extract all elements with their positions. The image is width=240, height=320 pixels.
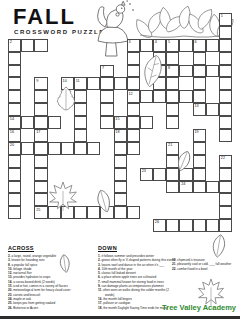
grid-cell[interactable]: [206, 65, 219, 78]
grid-cell[interactable]: [193, 168, 206, 181]
grid-blank: [61, 13, 74, 26]
grid-cell[interactable]: [8, 193, 21, 206]
grid-blank: [21, 129, 34, 142]
grid-cell[interactable]: [34, 193, 47, 206]
grid-cell[interactable]: [206, 39, 219, 52]
clue-number: 21: [168, 143, 172, 147]
clue-number: 14: [10, 117, 14, 121]
grid-cell[interactable]: [8, 206, 21, 219]
down-heading: DOWN: [98, 245, 117, 252]
grid-cell[interactable]: [219, 65, 232, 78]
grid-blank: [153, 129, 166, 142]
grid-blank: [127, 26, 140, 39]
grid-blank: [21, 13, 34, 26]
grid-cell[interactable]: [193, 219, 206, 232]
grid-blank: [87, 129, 100, 142]
grid-cell[interactable]: [193, 77, 206, 90]
grid-cell[interactable]: [114, 168, 127, 181]
grid-blank: [21, 193, 34, 206]
grid-cell[interactable]: [114, 181, 127, 194]
clue-number: 12: [128, 92, 132, 96]
grid-blank: [127, 13, 140, 26]
grid-blank: [193, 206, 206, 219]
grid-blank: [21, 155, 34, 168]
grid-cell[interactable]: 23: [140, 168, 153, 181]
grid-blank: [61, 219, 74, 232]
grid-blank: [21, 103, 34, 116]
clue-number: 24: [181, 182, 185, 186]
grid-blank: [21, 77, 34, 90]
grid-blank: [48, 26, 61, 39]
grid-cell[interactable]: [166, 103, 179, 116]
grid-cell[interactable]: [8, 77, 21, 90]
clue-number: 25: [36, 208, 40, 212]
grid-blank: [127, 219, 140, 232]
clue-number: 26: [155, 220, 159, 224]
grid-blank: [87, 90, 100, 103]
grid-cell[interactable]: [34, 181, 47, 194]
grid-blank: [114, 13, 127, 26]
clue-number: 3: [128, 40, 130, 44]
grid-blank: [21, 206, 34, 219]
down-clues-section: DOWN 1. it follows summer and precedes w…: [98, 236, 238, 310]
grid-cell[interactable]: 8: [166, 65, 179, 78]
grid-cell[interactable]: 3: [127, 39, 140, 52]
grid-cell[interactable]: [114, 142, 127, 155]
grid-blank: [8, 26, 21, 39]
clue-item: 18. the month Daylight Saving Time ends …: [98, 306, 170, 310]
grid-cell[interactable]: [74, 142, 87, 155]
grid-blank: [87, 155, 100, 168]
grid-blank: [8, 219, 21, 232]
grid-cell[interactable]: [166, 52, 179, 65]
grid-cell[interactable]: 15: [114, 116, 127, 129]
grid-cell[interactable]: [8, 65, 21, 78]
puzzle-page: FALL CROSSWORD PUZZLE: [0, 0, 240, 320]
grid-blank: [206, 90, 219, 103]
grid-cell[interactable]: [34, 155, 47, 168]
grid-blank: [206, 193, 219, 206]
grid-cell[interactable]: [166, 77, 179, 90]
grid-cell[interactable]: [219, 181, 232, 194]
grid-blank: [193, 193, 206, 206]
grid-blank: [114, 26, 127, 39]
grid-blank: [100, 155, 113, 168]
grid-cell[interactable]: [34, 90, 47, 103]
grid-blank: [21, 168, 34, 181]
grid-cell[interactable]: [48, 142, 61, 155]
grid-cell[interactable]: [206, 181, 219, 194]
crossword-grid: 1234567891011121314151617181920212223242…: [8, 13, 232, 232]
grid-cell[interactable]: 26: [153, 219, 166, 232]
grid-cell[interactable]: [114, 155, 127, 168]
clue-number: 23: [142, 169, 146, 173]
grid-cell[interactable]: [219, 219, 232, 232]
grid-cell[interactable]: [87, 77, 100, 90]
grid-blank: [21, 181, 34, 194]
grid-blank: [206, 13, 219, 26]
grid-blank: [179, 116, 192, 129]
grid-blank: [61, 155, 74, 168]
down-clue-list: 19. chipmunk's treasure21. pleasantly co…: [172, 258, 236, 271]
grid-blank: [140, 129, 153, 142]
clue-number: 6: [194, 40, 196, 44]
grid-blank: [114, 52, 127, 65]
grid-cell[interactable]: [166, 219, 179, 232]
clue-number: 7: [102, 66, 104, 70]
grid-blank: [34, 65, 47, 78]
grid-blank: [34, 13, 47, 26]
down-clue-list: 5. classic fall baked dessert6. a place …: [98, 271, 170, 310]
grid-cell[interactable]: [127, 65, 140, 78]
grid-cell[interactable]: 22: [219, 155, 232, 168]
grid-blank: [140, 142, 153, 155]
clue-number: 13: [194, 104, 198, 108]
grid-blank: [114, 219, 127, 232]
grid-blank: [34, 52, 47, 65]
grid-cell[interactable]: [127, 116, 140, 129]
grid-blank: [140, 181, 153, 194]
grid-cell[interactable]: [193, 65, 206, 78]
grid-cell[interactable]: 18: [114, 129, 127, 142]
grid-cell[interactable]: [153, 90, 166, 103]
grid-cell[interactable]: [219, 168, 232, 181]
grid-cell[interactable]: [219, 103, 232, 116]
grid-cell[interactable]: [87, 142, 100, 155]
across-clue-list: 2. a large, round, orange vegetable3. kn…: [8, 254, 98, 310]
grid-cell[interactable]: 4: [153, 39, 166, 52]
grid-blank: [153, 142, 166, 155]
grid-cell[interactable]: [206, 219, 219, 232]
grid-cell[interactable]: [166, 116, 179, 129]
grid-blank: [140, 26, 153, 39]
grid-blank: [179, 26, 192, 39]
grid-blank: [153, 116, 166, 129]
grid-cell[interactable]: [193, 52, 206, 65]
grid-cell[interactable]: [140, 90, 153, 103]
grid-cell[interactable]: [179, 39, 192, 52]
clue-number: 9: [36, 79, 38, 83]
grid-cell[interactable]: 7: [100, 65, 113, 78]
grid-blank: [74, 65, 87, 78]
grid-blank: [21, 65, 34, 78]
grid-cell[interactable]: 12: [127, 90, 140, 103]
grid-cell[interactable]: [34, 39, 47, 52]
grid-cell[interactable]: [8, 168, 21, 181]
grid-cell[interactable]: [166, 90, 179, 103]
across-heading: ACROSS: [8, 245, 34, 252]
clue-number: 2: [10, 40, 12, 44]
grid-blank: [166, 129, 179, 142]
grid-blank: [100, 13, 113, 26]
grid-blank: [193, 13, 206, 26]
grid-blank: [100, 52, 113, 65]
grid-cell[interactable]: [219, 116, 232, 129]
grid-cell[interactable]: [206, 103, 219, 116]
grid-cell[interactable]: [153, 168, 166, 181]
grid-blank: [61, 26, 74, 39]
grid-cell[interactable]: [8, 103, 21, 116]
clue-number: 4: [155, 40, 157, 44]
grid-blank: [140, 206, 153, 219]
grid-blank: [100, 129, 113, 142]
grid-blank: [21, 52, 34, 65]
grid-blank: [166, 13, 179, 26]
grid-cell[interactable]: 20: [8, 142, 21, 155]
grid-blank: [166, 206, 179, 219]
grid-blank: [179, 52, 192, 65]
grid-cell[interactable]: 9: [34, 77, 47, 90]
grid-blank: [74, 155, 87, 168]
grid-blank: [100, 168, 113, 181]
grid-blank: [140, 219, 153, 232]
grid-blank: [8, 13, 21, 26]
grid-blank: [48, 219, 61, 232]
grid-cell[interactable]: [100, 103, 113, 116]
grid-cell[interactable]: [8, 155, 21, 168]
grid-cell[interactable]: 17: [34, 129, 47, 142]
grid-blank: [87, 65, 100, 78]
grid-blank: [61, 65, 74, 78]
maple-leaf-icon: [48, 182, 78, 212]
grid-blank: [206, 52, 219, 65]
grid-blank: [87, 103, 100, 116]
grid-blank: [193, 26, 206, 39]
publisher-credit: Tree Valley Academy: [162, 303, 236, 312]
grid-cell[interactable]: [193, 155, 206, 168]
grid-cell[interactable]: [219, 206, 232, 219]
grid-blank: [153, 155, 166, 168]
grid-blank: [206, 129, 219, 142]
grid-blank: [179, 103, 192, 116]
grid-blank: [87, 168, 100, 181]
grid-blank: [100, 142, 113, 155]
grid-cell[interactable]: 19: [193, 129, 206, 142]
grid-blank: [219, 142, 232, 155]
grid-blank: [166, 26, 179, 39]
clue-number: 18: [115, 130, 119, 134]
grid-blank: [21, 26, 34, 39]
grid-cell[interactable]: [140, 39, 153, 52]
grid-cell[interactable]: 1: [219, 13, 232, 26]
grid-blank: [127, 193, 140, 206]
grid-blank: [153, 193, 166, 206]
clue-item-number: 18.: [98, 306, 103, 310]
grid-cell[interactable]: [8, 90, 21, 103]
grid-blank: [140, 193, 153, 206]
grid-blank: [61, 129, 74, 142]
grid-blank: [206, 77, 219, 90]
grid-blank: [100, 219, 113, 232]
clue-item-number: 11.: [98, 288, 103, 292]
grid-blank: [87, 52, 100, 65]
grid-cell[interactable]: [100, 116, 113, 129]
across-clues-section: ACROSS 2. a large, round, orange vegetab…: [8, 236, 98, 310]
grid-blank: [206, 206, 219, 219]
clue-number: 22: [221, 156, 225, 160]
grid-cell[interactable]: [179, 65, 192, 78]
grid-blank: [48, 155, 61, 168]
grid-blank: [100, 39, 113, 52]
grid-blank: [179, 77, 192, 90]
grid-blank: [127, 155, 140, 168]
page-bottom-border: [0, 316, 240, 319]
grid-blank: [61, 168, 74, 181]
grid-cell[interactable]: [21, 39, 34, 52]
grid-cell[interactable]: [100, 90, 113, 103]
grid-blank: [48, 168, 61, 181]
grid-blank: [21, 219, 34, 232]
grid-cell[interactable]: [219, 90, 232, 103]
grid-blank: [153, 26, 166, 39]
grid-blank: [48, 65, 61, 78]
clue-number: 10: [63, 79, 67, 83]
grid-cell[interactable]: [140, 116, 153, 129]
grid-blank: [179, 206, 192, 219]
grid-blank: [34, 26, 47, 39]
clue-item: 11. often worn on walks during the colde…: [98, 288, 170, 297]
grid-blank: [34, 219, 47, 232]
grid-cell[interactable]: [127, 103, 140, 116]
grid-cell[interactable]: [166, 181, 179, 194]
grid-blank: [74, 52, 87, 65]
grid-cell[interactable]: [114, 77, 127, 90]
grid-blank: [87, 219, 100, 232]
grid-blank: [61, 116, 74, 129]
grid-blank: [193, 116, 206, 129]
grid-blank: [179, 193, 192, 206]
grid-blank: [206, 168, 219, 181]
grid-cell[interactable]: [127, 52, 140, 65]
clue-item: 22. comfort food in a bowl: [172, 267, 236, 271]
grid-blank: [87, 116, 100, 129]
grid-blank: [153, 206, 166, 219]
clue-number: 16: [10, 130, 14, 134]
grid-blank: [48, 129, 61, 142]
grid-blank: [127, 181, 140, 194]
grid-cell[interactable]: [219, 26, 232, 39]
grid-cell[interactable]: [34, 168, 47, 181]
grid-cell[interactable]: [219, 52, 232, 65]
clue-number: 15: [115, 117, 119, 121]
grid-cell[interactable]: [8, 181, 21, 194]
grid-cell[interactable]: [74, 116, 87, 129]
grid-blank: [87, 26, 100, 39]
clue-number: 1: [221, 14, 223, 18]
grid-cell[interactable]: [34, 116, 47, 129]
grid-blank: [74, 26, 87, 39]
grid-cell[interactable]: [127, 142, 140, 155]
clue-number: 5: [168, 40, 170, 44]
grid-blank: [48, 13, 61, 26]
grid-blank: [100, 26, 113, 39]
grid-blank: [114, 103, 127, 116]
grid-cell[interactable]: [21, 142, 34, 155]
grid-cell[interactable]: [179, 219, 192, 232]
grid-cell[interactable]: 24: [179, 181, 192, 194]
grid-blank: [140, 155, 153, 168]
grid-cell[interactable]: [127, 206, 140, 219]
clue-item-number: 22.: [172, 267, 177, 271]
clue-number: 19: [194, 130, 198, 134]
grid-cell[interactable]: [219, 193, 232, 206]
grid-blank: [61, 39, 74, 52]
grid-cell[interactable]: 16: [8, 129, 21, 142]
grid-blank: [206, 116, 219, 129]
grid-cell[interactable]: [21, 116, 34, 129]
grid-cell[interactable]: [48, 116, 61, 129]
clue-item: 21. pleasantly cool or cold, ___ fall we…: [172, 262, 236, 266]
grid-cell[interactable]: 25: [34, 206, 47, 219]
grid-blank: [206, 142, 219, 155]
grid-blank: [206, 26, 219, 39]
clue-number: 17: [36, 130, 40, 134]
grid-cell[interactable]: [219, 77, 232, 90]
grid-blank: [153, 181, 166, 194]
grid-blank: [48, 52, 61, 65]
grid-cell[interactable]: [127, 129, 140, 142]
grid-cell[interactable]: [34, 142, 47, 155]
grid-cell[interactable]: [114, 193, 127, 206]
grid-blank: [74, 219, 87, 232]
grid-blank: [74, 168, 87, 181]
grid-cell[interactable]: [179, 90, 192, 103]
grid-blank: [153, 103, 166, 116]
grid-cell[interactable]: [34, 103, 47, 116]
grid-blank: [61, 52, 74, 65]
grid-cell[interactable]: [193, 90, 206, 103]
grid-blank: [153, 13, 166, 26]
grid-blank: [114, 39, 127, 52]
clue-item-number: 26.: [8, 306, 13, 310]
grid-blank: [74, 39, 87, 52]
grid-cell[interactable]: [61, 142, 74, 155]
grid-blank: [140, 103, 153, 116]
grid-cell[interactable]: [193, 181, 206, 194]
grid-cell[interactable]: 6: [193, 39, 206, 52]
oak-leaf-icon: [53, 84, 79, 114]
grid-cell[interactable]: 5: [166, 39, 179, 52]
grid-blank: [206, 155, 219, 168]
clue-number: 8: [168, 66, 170, 70]
clue-number: 11: [76, 79, 80, 83]
grid-blank: [21, 90, 34, 103]
grid-cell[interactable]: [219, 39, 232, 52]
grid-blank: [114, 90, 127, 103]
grid-blank: [179, 129, 192, 142]
grid-blank: [114, 65, 127, 78]
grid-cell[interactable]: 13: [193, 103, 206, 116]
grid-cell[interactable]: 2: [8, 39, 21, 52]
grid-blank: [87, 13, 100, 26]
grid-blank: [127, 168, 140, 181]
grid-cell[interactable]: [100, 77, 113, 90]
grid-blank: [48, 39, 61, 52]
grid-blank: [140, 13, 153, 26]
grid-cell[interactable]: 14: [8, 116, 21, 129]
grid-blank: [87, 39, 100, 52]
grid-blank: [166, 193, 179, 206]
grid-blank: [179, 13, 192, 26]
clue-number: 20: [10, 143, 14, 147]
grid-cell[interactable]: [219, 129, 232, 142]
clue-item: 26. Butternut or Acorn: [8, 306, 98, 310]
grid-cell[interactable]: [8, 52, 21, 65]
grid-cell[interactable]: [74, 129, 87, 142]
grid-blank: [74, 13, 87, 26]
